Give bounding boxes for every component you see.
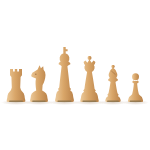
piece-rook	[6, 68, 26, 102]
piece-king	[54, 47, 75, 102]
pawn-icon	[127, 73, 144, 102]
queen-icon	[79, 56, 100, 102]
king-icon	[54, 47, 75, 102]
bishop-icon	[104, 65, 122, 102]
piece-bishop	[104, 65, 122, 102]
piece-pawn	[127, 73, 144, 102]
piece-queen	[79, 56, 100, 102]
rook-icon	[6, 68, 26, 102]
pieces-row	[0, 0, 150, 150]
photo-canvas	[0, 0, 150, 150]
knight-icon	[29, 62, 49, 102]
piece-knight	[29, 62, 49, 102]
